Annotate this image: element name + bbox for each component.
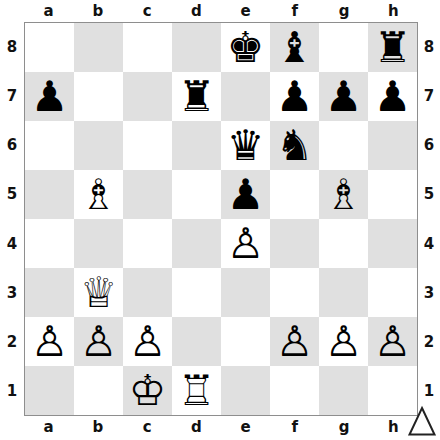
piece-wB-g5: ♗ <box>325 170 363 219</box>
square-a1[interactable] <box>25 366 74 415</box>
piece-wP-e4: ♙ <box>227 219 265 268</box>
square-c6[interactable] <box>123 121 172 170</box>
file-label-d: d <box>172 416 221 440</box>
square-f4[interactable] <box>270 219 319 268</box>
rank-label-3: 3 <box>418 268 440 317</box>
square-d1[interactable]: ♖ <box>172 366 221 415</box>
square-g6[interactable] <box>319 121 368 170</box>
square-g8[interactable] <box>319 23 368 72</box>
rank-labels-right: 87654321 <box>418 22 440 416</box>
piece-wP-f2: ♙ <box>276 317 314 366</box>
piece-bP-f7: ♟ <box>276 72 314 121</box>
file-label-c: c <box>123 0 172 22</box>
piece-wP-h2: ♙ <box>374 317 412 366</box>
file-label-f: f <box>270 416 319 440</box>
square-d7[interactable]: ♜ <box>172 72 221 121</box>
file-label-g: g <box>320 416 369 440</box>
square-g4[interactable] <box>319 219 368 268</box>
rank-label-2: 2 <box>0 318 24 367</box>
square-g7[interactable]: ♟ <box>319 72 368 121</box>
square-b2[interactable]: ♙ <box>74 317 123 366</box>
rank-label-8: 8 <box>0 22 24 71</box>
square-c1[interactable]: ♔ <box>123 366 172 415</box>
square-d5[interactable] <box>172 170 221 219</box>
rank-label-2: 2 <box>418 318 440 367</box>
file-labels-top: abcdefgh <box>24 0 418 22</box>
square-e7[interactable] <box>221 72 270 121</box>
piece-wP-c2: ♙ <box>129 317 167 366</box>
piece-wP-a2: ♙ <box>31 317 69 366</box>
piece-bP-h7: ♟ <box>374 72 412 121</box>
square-f3[interactable] <box>270 268 319 317</box>
square-e8[interactable]: ♚ <box>221 23 270 72</box>
square-b5[interactable]: ♗ <box>74 170 123 219</box>
chess-board: ♚♝♜♟♜♟♟♟♛♞♗♟♗♙♕♙♙♙♙♙♙♔♖ <box>24 22 418 416</box>
square-b4[interactable] <box>74 219 123 268</box>
piece-wR-d1: ♖ <box>178 366 216 415</box>
square-e4[interactable]: ♙ <box>221 219 270 268</box>
square-h2[interactable]: ♙ <box>368 317 417 366</box>
file-label-c: c <box>123 416 172 440</box>
square-c5[interactable] <box>123 170 172 219</box>
square-f6[interactable]: ♞ <box>270 121 319 170</box>
square-e5[interactable]: ♟ <box>221 170 270 219</box>
square-b7[interactable] <box>74 72 123 121</box>
rank-labels-left: 87654321 <box>0 22 24 416</box>
square-c3[interactable] <box>123 268 172 317</box>
square-a6[interactable] <box>25 121 74 170</box>
rank-label-4: 4 <box>418 219 440 268</box>
piece-bN-f6: ♞ <box>276 121 314 170</box>
piece-bP-g7: ♟ <box>325 72 363 121</box>
chess-diagram: abcdefgh 87654321 ♚♝♜♟♜♟♟♟♛♞♗♟♗♙♕♙♙♙♙♙♙♔… <box>0 0 440 440</box>
file-label-e: e <box>221 0 270 22</box>
square-h4[interactable] <box>368 219 417 268</box>
file-label-e: e <box>221 416 270 440</box>
piece-wP-b2: ♙ <box>80 317 118 366</box>
square-c8[interactable] <box>123 23 172 72</box>
piece-wP-g2: ♙ <box>325 317 363 366</box>
square-g5[interactable]: ♗ <box>319 170 368 219</box>
file-label-a: a <box>24 0 73 22</box>
square-c7[interactable] <box>123 72 172 121</box>
square-f8[interactable]: ♝ <box>270 23 319 72</box>
piece-wK-c1: ♔ <box>129 366 167 415</box>
square-c4[interactable] <box>123 219 172 268</box>
file-label-b: b <box>73 0 122 22</box>
rank-label-6: 6 <box>0 121 24 170</box>
piece-bR-h8: ♜ <box>374 23 412 72</box>
piece-bK-e8: ♚ <box>227 23 265 72</box>
square-d3[interactable] <box>172 268 221 317</box>
square-g2[interactable]: ♙ <box>319 317 368 366</box>
square-h3[interactable] <box>368 268 417 317</box>
square-h5[interactable] <box>368 170 417 219</box>
square-d6[interactable] <box>172 121 221 170</box>
rank-label-6: 6 <box>418 121 440 170</box>
piece-wQ-b3: ♕ <box>80 268 118 317</box>
piece-bR-d7: ♜ <box>178 72 216 121</box>
rank-label-7: 7 <box>0 71 24 120</box>
piece-bB-f8: ♝ <box>276 23 314 72</box>
square-e1[interactable] <box>221 366 270 415</box>
piece-bP-e5: ♟ <box>227 170 265 219</box>
file-label-a: a <box>24 416 73 440</box>
square-e3[interactable] <box>221 268 270 317</box>
square-b8[interactable] <box>74 23 123 72</box>
square-c2[interactable]: ♙ <box>123 317 172 366</box>
square-a5[interactable] <box>25 170 74 219</box>
file-label-b: b <box>73 416 122 440</box>
square-h6[interactable] <box>368 121 417 170</box>
square-h7[interactable]: ♟ <box>368 72 417 121</box>
square-a4[interactable] <box>25 219 74 268</box>
square-f5[interactable] <box>270 170 319 219</box>
rank-label-8: 8 <box>418 22 440 71</box>
rank-label-5: 5 <box>418 170 440 219</box>
piece-bQ-e6: ♛ <box>227 121 265 170</box>
rank-label-1: 1 <box>0 367 24 416</box>
square-f2[interactable]: ♙ <box>270 317 319 366</box>
square-a8[interactable] <box>25 23 74 72</box>
square-f7[interactable]: ♟ <box>270 72 319 121</box>
square-d4[interactable] <box>172 219 221 268</box>
file-label-d: d <box>172 0 221 22</box>
square-e2[interactable] <box>221 317 270 366</box>
square-b1[interactable] <box>74 366 123 415</box>
file-label-h: h <box>369 0 418 22</box>
piece-bP-a7: ♟ <box>31 72 69 121</box>
square-d8[interactable] <box>172 23 221 72</box>
square-g1[interactable] <box>319 366 368 415</box>
square-b6[interactable] <box>74 121 123 170</box>
file-labels-bottom: abcdefgh <box>24 416 418 440</box>
rank-label-5: 5 <box>0 170 24 219</box>
square-a3[interactable] <box>25 268 74 317</box>
piece-wB-b5: ♗ <box>80 170 118 219</box>
file-label-f: f <box>270 0 319 22</box>
square-h8[interactable]: ♜ <box>368 23 417 72</box>
rank-label-3: 3 <box>0 268 24 317</box>
square-a7[interactable]: ♟ <box>25 72 74 121</box>
square-a2[interactable]: ♙ <box>25 317 74 366</box>
white-to-move-icon <box>407 405 437 437</box>
square-b3[interactable]: ♕ <box>74 268 123 317</box>
rank-label-4: 4 <box>0 219 24 268</box>
file-label-g: g <box>320 0 369 22</box>
square-f1[interactable] <box>270 366 319 415</box>
rank-label-7: 7 <box>418 71 440 120</box>
square-e6[interactable]: ♛ <box>221 121 270 170</box>
square-d2[interactable] <box>172 317 221 366</box>
square-g3[interactable] <box>319 268 368 317</box>
